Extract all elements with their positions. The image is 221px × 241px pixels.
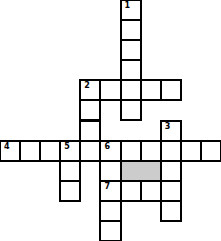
clue-number: 6 bbox=[104, 143, 110, 151]
clue-number: 7 bbox=[104, 183, 110, 191]
crossword-cell[interactable] bbox=[99, 160, 121, 182]
crossword-cell[interactable] bbox=[120, 59, 142, 81]
crossword-cell[interactable] bbox=[160, 160, 182, 182]
crossword-cell[interactable] bbox=[120, 140, 142, 162]
crossword-cell[interactable] bbox=[160, 180, 182, 202]
clue-number: 1 bbox=[125, 2, 131, 10]
crossword-cell[interactable] bbox=[59, 160, 81, 182]
crossword-cell[interactable] bbox=[160, 200, 182, 222]
crossword-cell[interactable] bbox=[99, 220, 121, 241]
crossword-cell[interactable] bbox=[140, 79, 162, 101]
clue-number: 5 bbox=[64, 143, 70, 151]
crossword-cell[interactable] bbox=[160, 79, 182, 101]
crossword-cell[interactable] bbox=[140, 140, 162, 162]
crossword-cell[interactable] bbox=[39, 140, 61, 162]
crossword-cell[interactable] bbox=[200, 140, 221, 162]
clue-number: 2 bbox=[84, 82, 90, 90]
crossword-cell[interactable]: 3 bbox=[160, 120, 182, 142]
crossword-cell[interactable]: 2 bbox=[79, 79, 101, 101]
crossword-cell[interactable] bbox=[120, 99, 142, 121]
crossword-cell[interactable] bbox=[120, 180, 142, 202]
crossword-cell[interactable] bbox=[79, 99, 101, 121]
clue-number: 4 bbox=[4, 143, 10, 151]
crossword-cell[interactable]: 6 bbox=[99, 140, 121, 162]
shaded-block bbox=[120, 160, 162, 182]
crossword-cell[interactable]: 7 bbox=[99, 180, 121, 202]
crossword-cell[interactable] bbox=[160, 140, 182, 162]
clue-number: 3 bbox=[165, 123, 171, 131]
crossword-cell[interactable] bbox=[99, 79, 121, 101]
crossword-board: 1234567 bbox=[0, 0, 221, 241]
crossword-cell[interactable] bbox=[99, 200, 121, 222]
crossword-cell[interactable] bbox=[180, 140, 202, 162]
crossword-cell[interactable] bbox=[59, 180, 81, 202]
crossword-cell[interactable]: 5 bbox=[59, 140, 81, 162]
crossword-cell[interactable] bbox=[140, 180, 162, 202]
crossword-cell[interactable]: 1 bbox=[120, 0, 142, 21]
crossword-cell[interactable] bbox=[120, 39, 142, 61]
crossword-cell[interactable] bbox=[79, 120, 101, 142]
crossword-cell[interactable]: 4 bbox=[0, 140, 21, 162]
crossword-cell[interactable] bbox=[120, 79, 142, 101]
crossword-cell[interactable] bbox=[19, 140, 41, 162]
crossword-cell[interactable] bbox=[79, 140, 101, 162]
crossword-cell[interactable] bbox=[120, 19, 142, 41]
